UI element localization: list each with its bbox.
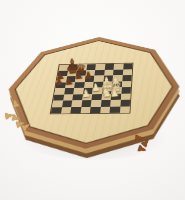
captured-pieces-bottom-right: ♟♟♟ [129,133,161,161]
chess-board: ♝♚♛♟♟♟♟♟♟♟♟♚♛♟♞♟ [50,63,134,114]
piece-dark-pawn-a6[interactable]: ♟ [55,68,66,84]
square-d3[interactable]: ♟ [82,94,92,100]
piece-light-pawn-g3[interactable]: ♟ [109,85,120,101]
square-a8[interactable] [59,65,69,71]
square-h8[interactable] [123,63,133,69]
square-b8[interactable]: ♝ [68,64,78,70]
square-d7[interactable] [85,70,95,76]
square-g8[interactable] [114,64,124,70]
piece-dark-king-b7[interactable]: ♚ [65,62,76,78]
scene: ♝♚♛♟♟♟♟♟♟♟♟♚♛♟♞♟ ♟♟♟♟♟ ♟♟♟ [0,0,185,200]
captured-light-pawn[interactable]: ♟ [10,98,21,110]
square-a5[interactable]: ♟ [55,82,65,88]
square-e8[interactable] [95,64,105,70]
piece-dark-pawn-a5[interactable]: ♟ [54,73,65,89]
piece-dark-pawn-c6[interactable]: ♟ [73,67,84,83]
square-h6[interactable] [122,75,132,81]
square-b6[interactable] [66,76,76,82]
piece-dark-queen-c7[interactable]: ♛ [74,61,85,77]
square-g1[interactable] [110,106,120,113]
square-c6[interactable]: ♟ [75,76,85,82]
captured-dark-pawn[interactable]: ♟ [135,143,147,155]
captured-pieces-bottom-left: ♟♟♟♟♟ [4,99,38,137]
square-a6[interactable]: ♟ [57,76,67,82]
square-c8[interactable] [77,64,87,70]
square-f8[interactable] [104,64,114,70]
square-g3[interactable]: ♟ [111,93,121,99]
square-h1[interactable] [119,106,129,113]
piece-dark-pawn-b5[interactable]: ♟ [63,73,74,89]
square-b5[interactable]: ♟ [65,82,75,88]
square-d8[interactable] [86,64,96,70]
piece-dark-bishop-b8[interactable]: ♝ [66,56,77,71]
square-b7[interactable]: ♚ [67,70,77,76]
square-a7[interactable] [58,70,68,76]
square-h7[interactable] [122,69,132,75]
piece-light-pawn-d3[interactable]: ♟ [80,85,91,101]
square-c7[interactable]: ♛ [76,70,86,76]
